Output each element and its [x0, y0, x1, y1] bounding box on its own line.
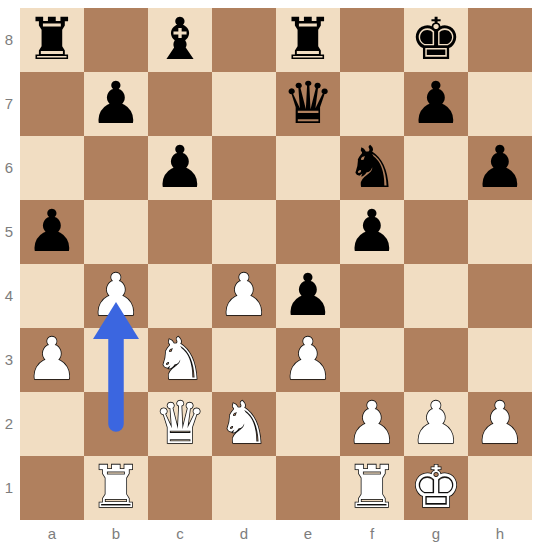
square-f8[interactable]: [340, 8, 404, 72]
piece-black-pawn[interactable]: ♟: [410, 74, 462, 132]
square-f3[interactable]: [340, 328, 404, 392]
piece-black-rook[interactable]: ♜: [282, 10, 334, 68]
square-g7[interactable]: ♟: [404, 72, 468, 136]
square-h8[interactable]: [468, 8, 532, 72]
rank-label-4: 4: [0, 288, 18, 304]
file-label-a: a: [20, 526, 84, 542]
chess-app: ♜♝♜♚♟♛♟♟♞♟♟♟♟♟♟♟♞♟♛♞♟♟♟♜♜♚ 87654321 abcd…: [0, 0, 540, 548]
piece-white-pawn[interactable]: ♟: [218, 266, 270, 324]
square-e8[interactable]: ♜: [276, 8, 340, 72]
square-h4[interactable]: [468, 264, 532, 328]
file-label-f: f: [340, 526, 404, 542]
square-c6[interactable]: ♟: [148, 136, 212, 200]
piece-white-pawn[interactable]: ♟: [90, 266, 142, 324]
file-label-b: b: [84, 526, 148, 542]
square-e7[interactable]: ♛: [276, 72, 340, 136]
rank-label-1: 1: [0, 480, 18, 496]
rank-label-7: 7: [0, 96, 18, 112]
square-c1[interactable]: [148, 456, 212, 520]
square-e2[interactable]: [276, 392, 340, 456]
square-g4[interactable]: [404, 264, 468, 328]
square-f7[interactable]: [340, 72, 404, 136]
square-a4[interactable]: [20, 264, 84, 328]
square-a8[interactable]: ♜: [20, 8, 84, 72]
square-d7[interactable]: [212, 72, 276, 136]
square-f2[interactable]: ♟: [340, 392, 404, 456]
piece-black-pawn[interactable]: ♟: [90, 74, 142, 132]
square-h7[interactable]: [468, 72, 532, 136]
file-label-e: e: [276, 526, 340, 542]
rank-label-3: 3: [0, 352, 18, 368]
square-a2[interactable]: [20, 392, 84, 456]
square-c5[interactable]: [148, 200, 212, 264]
square-d3[interactable]: [212, 328, 276, 392]
file-label-h: h: [468, 526, 532, 542]
square-h5[interactable]: [468, 200, 532, 264]
square-e4[interactable]: ♟: [276, 264, 340, 328]
file-label-d: d: [212, 526, 276, 542]
square-a3[interactable]: ♟: [20, 328, 84, 392]
piece-white-rook[interactable]: ♜: [346, 458, 398, 516]
chess-board: ♜♝♜♚♟♛♟♟♞♟♟♟♟♟♟♟♞♟♛♞♟♟♟♜♜♚: [20, 8, 532, 520]
square-g6[interactable]: [404, 136, 468, 200]
square-b5[interactable]: [84, 200, 148, 264]
piece-white-pawn[interactable]: ♟: [346, 394, 398, 452]
square-b8[interactable]: [84, 8, 148, 72]
square-h1[interactable]: [468, 456, 532, 520]
square-b6[interactable]: [84, 136, 148, 200]
square-e5[interactable]: [276, 200, 340, 264]
square-d8[interactable]: [212, 8, 276, 72]
piece-black-king[interactable]: ♚: [410, 10, 462, 68]
piece-white-pawn[interactable]: ♟: [26, 330, 78, 388]
square-d4[interactable]: ♟: [212, 264, 276, 328]
square-e6[interactable]: [276, 136, 340, 200]
square-d1[interactable]: [212, 456, 276, 520]
piece-white-rook[interactable]: ♜: [90, 458, 142, 516]
square-g3[interactable]: [404, 328, 468, 392]
rank-label-5: 5: [0, 224, 18, 240]
piece-white-queen[interactable]: ♛: [154, 394, 206, 452]
square-a5[interactable]: ♟: [20, 200, 84, 264]
square-b7[interactable]: ♟: [84, 72, 148, 136]
square-e3[interactable]: ♟: [276, 328, 340, 392]
piece-black-pawn[interactable]: ♟: [26, 202, 78, 260]
piece-black-pawn[interactable]: ♟: [474, 138, 526, 196]
piece-black-bishop[interactable]: ♝: [154, 10, 206, 68]
square-h2[interactable]: ♟: [468, 392, 532, 456]
square-g2[interactable]: ♟: [404, 392, 468, 456]
square-h6[interactable]: ♟: [468, 136, 532, 200]
square-d2[interactable]: ♞: [212, 392, 276, 456]
square-f5[interactable]: ♟: [340, 200, 404, 264]
square-b1[interactable]: ♜: [84, 456, 148, 520]
square-f1[interactable]: ♜: [340, 456, 404, 520]
square-h3[interactable]: [468, 328, 532, 392]
piece-white-king[interactable]: ♚: [410, 458, 462, 516]
rank-label-2: 2: [0, 416, 18, 432]
square-g1[interactable]: ♚: [404, 456, 468, 520]
square-c7[interactable]: [148, 72, 212, 136]
rank-label-6: 6: [0, 160, 18, 176]
square-a1[interactable]: [20, 456, 84, 520]
square-g5[interactable]: [404, 200, 468, 264]
square-c2[interactable]: ♛: [148, 392, 212, 456]
piece-black-queen[interactable]: ♛: [282, 74, 334, 132]
square-d5[interactable]: [212, 200, 276, 264]
square-b4[interactable]: ♟: [84, 264, 148, 328]
square-f4[interactable]: [340, 264, 404, 328]
square-d6[interactable]: [212, 136, 276, 200]
square-g8[interactable]: ♚: [404, 8, 468, 72]
piece-black-pawn[interactable]: ♟: [346, 202, 398, 260]
square-a6[interactable]: [20, 136, 84, 200]
rank-label-8: 8: [0, 32, 18, 48]
square-a7[interactable]: [20, 72, 84, 136]
piece-black-pawn[interactable]: ♟: [154, 138, 206, 196]
piece-white-pawn[interactable]: ♟: [282, 330, 334, 388]
piece-black-pawn[interactable]: ♟: [282, 266, 334, 324]
square-c4[interactable]: [148, 264, 212, 328]
file-label-c: c: [148, 526, 212, 542]
piece-black-knight[interactable]: ♞: [346, 138, 398, 196]
square-f6[interactable]: ♞: [340, 136, 404, 200]
piece-white-pawn[interactable]: ♟: [410, 394, 462, 452]
square-b3[interactable]: [84, 328, 148, 392]
square-c8[interactable]: ♝: [148, 8, 212, 72]
piece-white-knight[interactable]: ♞: [218, 394, 270, 452]
square-c3[interactable]: ♞: [148, 328, 212, 392]
square-e1[interactable]: [276, 456, 340, 520]
square-b2[interactable]: [84, 392, 148, 456]
piece-black-rook[interactable]: ♜: [26, 10, 78, 68]
file-label-g: g: [404, 526, 468, 542]
piece-white-knight[interactable]: ♞: [154, 330, 206, 388]
piece-white-pawn[interactable]: ♟: [474, 394, 526, 452]
